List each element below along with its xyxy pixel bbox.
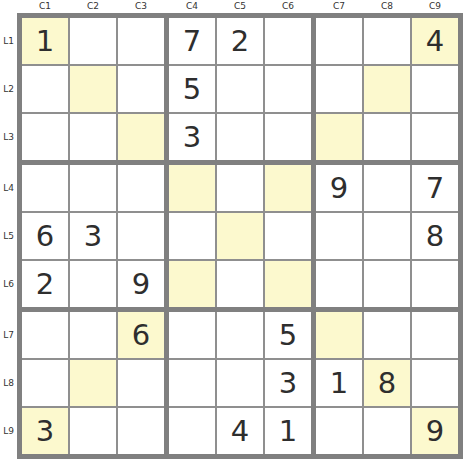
cell-L4C9[interactable]: 7 bbox=[412, 165, 458, 211]
column-label-C7: C7 bbox=[316, 2, 362, 11]
cell-L9C7[interactable] bbox=[316, 408, 362, 454]
row-label-group-2: L4L5L6 bbox=[0, 165, 17, 307]
cell-L7C5[interactable] bbox=[217, 312, 263, 358]
cell-L4C7[interactable]: 9 bbox=[316, 165, 362, 211]
cell-L1C5[interactable]: 2 bbox=[217, 18, 263, 64]
cell-L1C4[interactable]: 7 bbox=[169, 18, 215, 64]
cell-L4C4[interactable] bbox=[169, 165, 215, 211]
cell-L6C9[interactable] bbox=[412, 261, 458, 307]
column-label-C6: C6 bbox=[265, 2, 311, 11]
cell-L8C3[interactable] bbox=[118, 360, 164, 406]
cell-L8C9[interactable] bbox=[412, 360, 458, 406]
cell-L7C9[interactable] bbox=[412, 312, 458, 358]
cell-L9C2[interactable] bbox=[70, 408, 116, 454]
row-label-L1: L1 bbox=[0, 18, 17, 64]
box-5 bbox=[169, 165, 311, 307]
row-label-group-1: L1L2L3 bbox=[0, 18, 17, 160]
cell-L9C5[interactable]: 4 bbox=[217, 408, 263, 454]
sudoku-app: C1C2C3C4C5C6C7C8C9 L1L2L3L4L5L6L7L8L9 17… bbox=[0, 0, 463, 459]
cell-L2C9[interactable] bbox=[412, 66, 458, 112]
cell-L8C7[interactable]: 1 bbox=[316, 360, 362, 406]
cell-L5C7[interactable] bbox=[316, 213, 362, 259]
cell-L5C2[interactable]: 3 bbox=[70, 213, 116, 259]
cell-L4C6[interactable] bbox=[265, 165, 311, 211]
cell-L2C6[interactable] bbox=[265, 66, 311, 112]
cell-L8C8[interactable]: 8 bbox=[364, 360, 410, 406]
row-label-L2: L2 bbox=[0, 66, 17, 112]
cell-L7C7[interactable] bbox=[316, 312, 362, 358]
cell-L9C9[interactable]: 9 bbox=[412, 408, 458, 454]
cell-L6C5[interactable] bbox=[217, 261, 263, 307]
column-labels: C1C2C3C4C5C6C7C8C9 bbox=[17, 0, 463, 13]
row-label-L8: L8 bbox=[0, 360, 17, 406]
column-label-C8: C8 bbox=[364, 2, 410, 11]
cell-L4C2[interactable] bbox=[70, 165, 116, 211]
cell-L1C2[interactable] bbox=[70, 18, 116, 64]
box-1: 1 bbox=[22, 18, 164, 160]
column-label-C1: C1 bbox=[22, 2, 68, 11]
cell-L5C9[interactable]: 8 bbox=[412, 213, 458, 259]
cell-L8C4[interactable] bbox=[169, 360, 215, 406]
cell-L3C5[interactable] bbox=[217, 114, 263, 160]
box-9: 189 bbox=[316, 312, 458, 454]
cell-L6C7[interactable] bbox=[316, 261, 362, 307]
cell-L7C3[interactable]: 6 bbox=[118, 312, 164, 358]
box-3: 4 bbox=[316, 18, 458, 160]
box-4: 6329 bbox=[22, 165, 164, 307]
cell-L7C8[interactable] bbox=[364, 312, 410, 358]
cell-L1C1[interactable]: 1 bbox=[22, 18, 68, 64]
cell-L1C7[interactable] bbox=[316, 18, 362, 64]
row-label-L9: L9 bbox=[0, 408, 17, 454]
column-label-C2: C2 bbox=[70, 2, 116, 11]
cell-L5C3[interactable] bbox=[118, 213, 164, 259]
cell-L8C6[interactable]: 3 bbox=[265, 360, 311, 406]
corner-spacer bbox=[0, 0, 17, 13]
cell-L3C9[interactable] bbox=[412, 114, 458, 160]
cell-L7C4[interactable] bbox=[169, 312, 215, 358]
cell-L8C2[interactable] bbox=[70, 360, 116, 406]
cell-L1C9[interactable]: 4 bbox=[412, 18, 458, 64]
cell-L9C6[interactable]: 1 bbox=[265, 408, 311, 454]
cell-L3C8[interactable] bbox=[364, 114, 410, 160]
cell-L2C2[interactable] bbox=[70, 66, 116, 112]
cell-L6C6[interactable] bbox=[265, 261, 311, 307]
cell-L5C4[interactable] bbox=[169, 213, 215, 259]
row-label-L6: L6 bbox=[0, 261, 17, 307]
row-label-L3: L3 bbox=[0, 114, 17, 160]
cell-L4C5[interactable] bbox=[217, 165, 263, 211]
cell-L2C3[interactable] bbox=[118, 66, 164, 112]
sudoku-board: 1725346329978635341189 bbox=[17, 13, 463, 459]
cell-L6C2[interactable] bbox=[70, 261, 116, 307]
cell-L3C7[interactable] bbox=[316, 114, 362, 160]
cell-L4C1[interactable] bbox=[22, 165, 68, 211]
cell-L5C5[interactable] bbox=[217, 213, 263, 259]
cell-L9C3[interactable] bbox=[118, 408, 164, 454]
cell-L1C6[interactable] bbox=[265, 18, 311, 64]
cell-L3C6[interactable] bbox=[265, 114, 311, 160]
cell-L9C1[interactable]: 3 bbox=[22, 408, 68, 454]
cell-L1C8[interactable] bbox=[364, 18, 410, 64]
box-6: 978 bbox=[316, 165, 458, 307]
cell-L6C3[interactable]: 9 bbox=[118, 261, 164, 307]
row-label-group-3: L7L8L9 bbox=[0, 312, 17, 454]
cell-L3C1[interactable] bbox=[22, 114, 68, 160]
cell-L5C1[interactable]: 6 bbox=[22, 213, 68, 259]
cell-L5C8[interactable] bbox=[364, 213, 410, 259]
cell-L3C2[interactable] bbox=[70, 114, 116, 160]
cell-L4C8[interactable] bbox=[364, 165, 410, 211]
cell-L2C5[interactable] bbox=[217, 66, 263, 112]
column-label-C5: C5 bbox=[217, 2, 263, 11]
box-8: 5341 bbox=[169, 312, 311, 454]
row-labels: L1L2L3L4L5L6L7L8L9 bbox=[0, 13, 17, 459]
cell-L2C7[interactable] bbox=[316, 66, 362, 112]
cell-L7C6[interactable]: 5 bbox=[265, 312, 311, 358]
column-label-C3: C3 bbox=[118, 2, 164, 11]
col-label-group-2: C4C5C6 bbox=[169, 2, 311, 11]
cell-L1C3[interactable] bbox=[118, 18, 164, 64]
cell-L4C3[interactable] bbox=[118, 165, 164, 211]
cell-L9C4[interactable] bbox=[169, 408, 215, 454]
cell-L5C6[interactable] bbox=[265, 213, 311, 259]
cell-L6C1[interactable]: 2 bbox=[22, 261, 68, 307]
cell-L7C1[interactable] bbox=[22, 312, 68, 358]
box-2: 7253 bbox=[169, 18, 311, 160]
column-label-C9: C9 bbox=[412, 2, 458, 11]
cell-L3C3[interactable] bbox=[118, 114, 164, 160]
cell-L9C8[interactable] bbox=[364, 408, 410, 454]
col-label-group-3: C7C8C9 bbox=[316, 2, 458, 11]
row-label-L5: L5 bbox=[0, 213, 17, 259]
row-label-L4: L4 bbox=[0, 165, 17, 211]
cell-L3C4[interactable]: 3 bbox=[169, 114, 215, 160]
column-label-C4: C4 bbox=[169, 2, 215, 11]
cell-L2C1[interactable] bbox=[22, 66, 68, 112]
cell-L8C5[interactable] bbox=[217, 360, 263, 406]
cell-L6C4[interactable] bbox=[169, 261, 215, 307]
col-label-group-1: C1C2C3 bbox=[22, 2, 164, 11]
cell-L2C8[interactable] bbox=[364, 66, 410, 112]
cell-L6C8[interactable] bbox=[364, 261, 410, 307]
box-7: 63 bbox=[22, 312, 164, 454]
cell-L7C2[interactable] bbox=[70, 312, 116, 358]
row-label-L7: L7 bbox=[0, 312, 17, 358]
cell-L8C1[interactable] bbox=[22, 360, 68, 406]
cell-L2C4[interactable]: 5 bbox=[169, 66, 215, 112]
